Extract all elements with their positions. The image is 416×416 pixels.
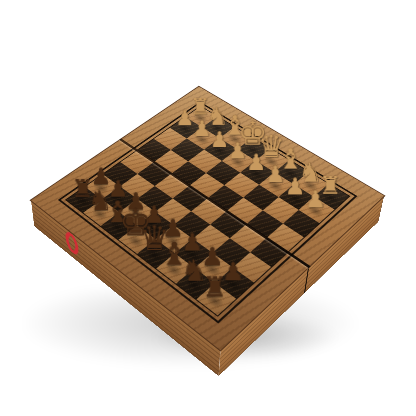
rook-glyph: ♜ [187, 272, 243, 300]
pawn-glyph: ♟ [290, 187, 341, 210]
chess-set-photo: ♜♞♝♚♛♝♞♜♟♟♟♟♟♟♟♟♟♟♟♟♟♟♟♟♜♞♝♚♛♝♞♜ [0, 0, 416, 416]
